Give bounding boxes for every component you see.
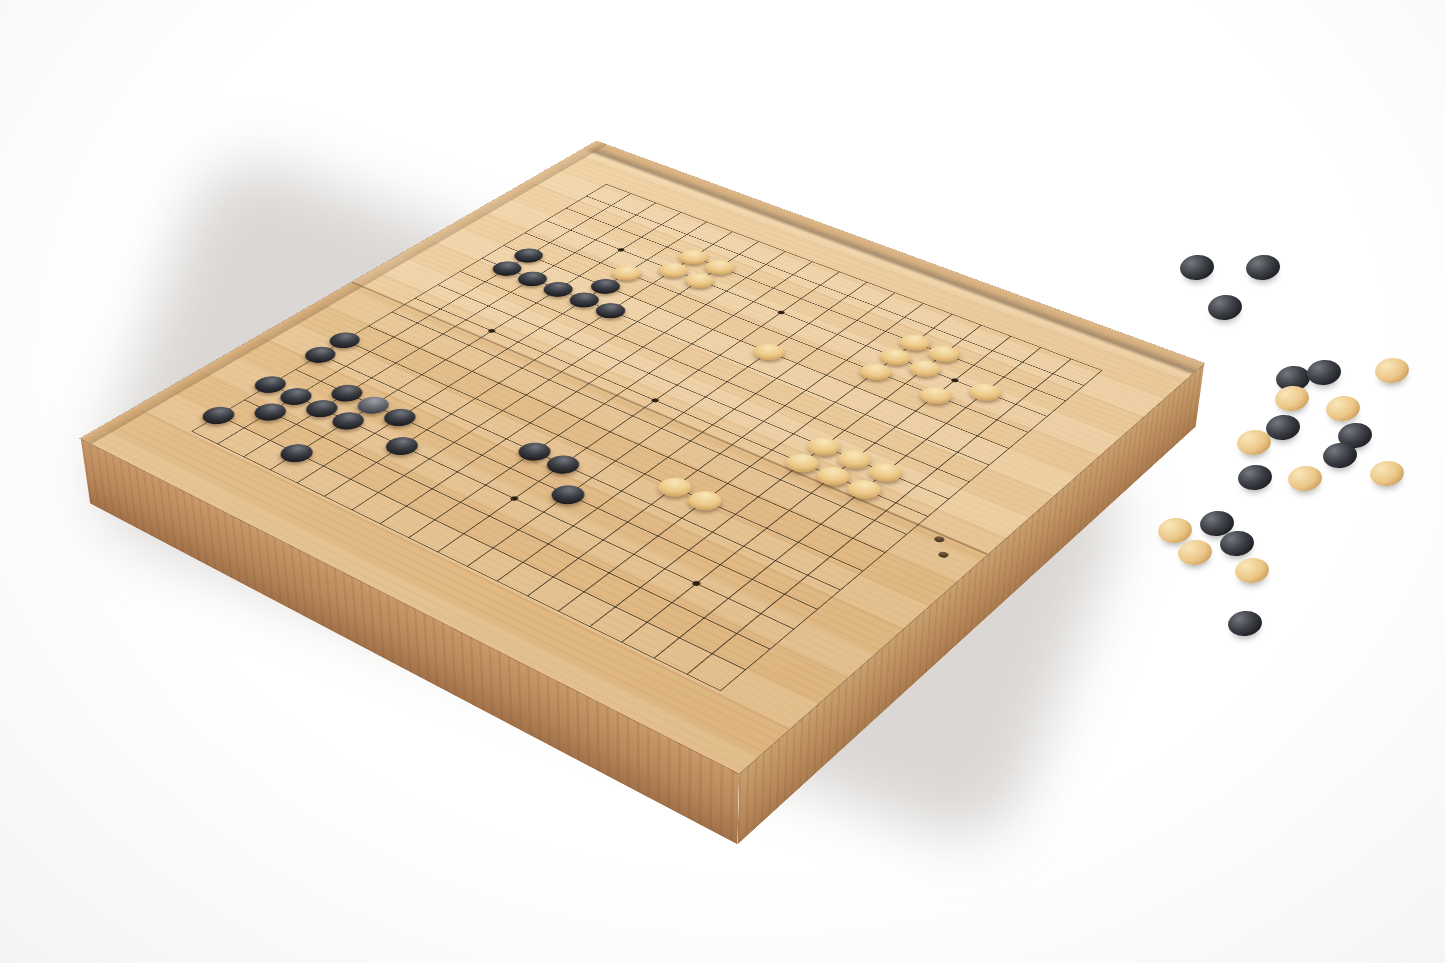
loose-white-stone[interactable] — [1274, 384, 1311, 413]
loose-black-stone[interactable] — [1227, 609, 1264, 638]
loose-stones-area — [0, 0, 1445, 963]
loose-black-stone[interactable] — [1207, 293, 1244, 322]
scene — [0, 0, 1445, 963]
loose-white-stone[interactable] — [1325, 394, 1362, 423]
loose-white-stone[interactable] — [1287, 464, 1324, 493]
loose-white-stone[interactable] — [1369, 459, 1406, 488]
loose-black-stone[interactable] — [1245, 253, 1282, 282]
loose-white-stone[interactable] — [1374, 356, 1411, 385]
loose-black-stone[interactable] — [1179, 253, 1216, 282]
loose-black-stone[interactable] — [1306, 358, 1343, 387]
loose-white-stone[interactable] — [1234, 556, 1271, 585]
loose-white-stone[interactable] — [1177, 538, 1214, 567]
loose-black-stone[interactable] — [1237, 463, 1274, 492]
